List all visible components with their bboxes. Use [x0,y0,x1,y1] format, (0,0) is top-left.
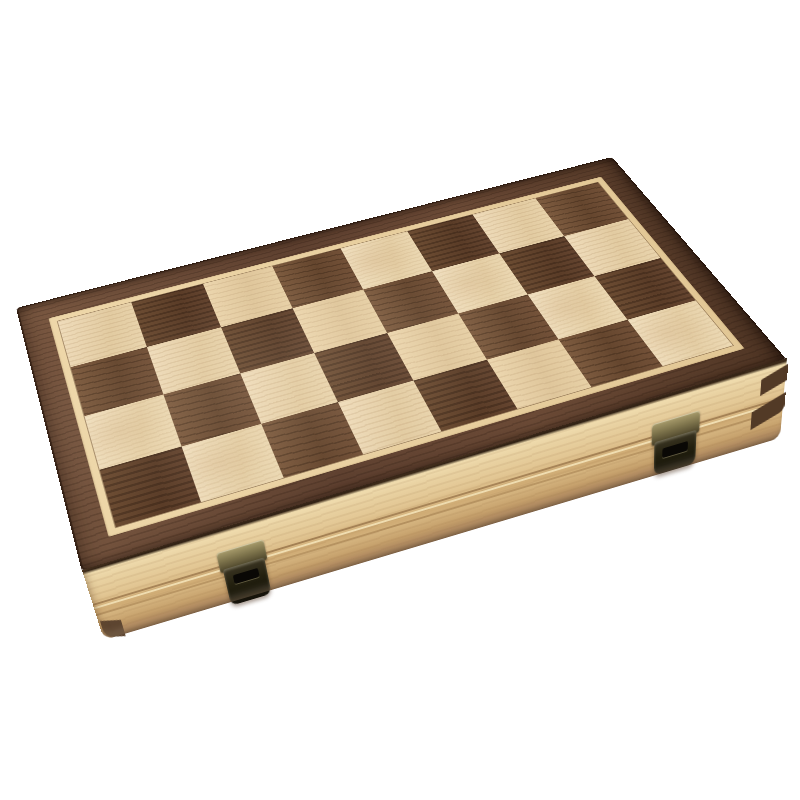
finger-joint [100,620,126,637]
latch-left [216,539,274,606]
product-photo-scene [0,0,800,800]
latch-slot [662,441,687,458]
latch-right [651,410,700,475]
finger-joint [760,364,788,396]
finger-joint [750,392,785,430]
latch-slot [233,568,259,584]
